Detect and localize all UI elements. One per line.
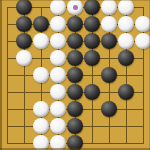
stone-black[interactable] [67,101,83,117]
stone-black[interactable] [16,33,32,49]
stone-white[interactable] [135,33,150,49]
stone-black[interactable] [118,50,134,66]
stone-black[interactable] [101,67,117,83]
stone-white[interactable] [118,16,134,32]
stone-black[interactable] [67,67,83,83]
stone-black[interactable] [67,16,83,32]
stone-white[interactable] [118,33,134,49]
stone-white[interactable] [50,118,66,134]
stone-black[interactable] [84,16,100,32]
stone-black[interactable] [67,118,83,134]
stone-white[interactable] [101,16,117,32]
stone-white[interactable] [50,101,66,117]
board-edge-shade-left [0,0,2,150]
stone-white[interactable] [33,101,49,117]
stone-black[interactable] [67,135,83,150]
last-move-marker [73,5,78,10]
stone-white[interactable] [50,84,66,100]
stone-black[interactable] [118,84,134,100]
stone-white[interactable] [16,50,32,66]
stone-white[interactable] [50,50,66,66]
stone-black[interactable] [84,50,100,66]
stone-black[interactable] [67,84,83,100]
stone-white[interactable] [135,16,150,32]
stone-white[interactable] [50,33,66,49]
stone-white[interactable] [33,67,49,83]
stone-white[interactable] [33,33,49,49]
stone-black[interactable] [33,16,49,32]
stone-black[interactable] [101,33,117,49]
stone-black[interactable] [67,33,83,49]
stone-white[interactable] [50,135,66,150]
stone-white[interactable] [50,67,66,83]
stone-white[interactable] [50,16,66,32]
go-app-window [0,0,150,150]
stone-white[interactable] [33,118,49,134]
stone-black[interactable] [84,84,100,100]
stone-white[interactable] [33,135,49,150]
stone-black[interactable] [84,33,100,49]
stone-black[interactable] [101,101,117,117]
stone-black[interactable] [67,50,83,66]
stone-black[interactable] [16,16,32,32]
go-board[interactable] [0,0,150,150]
